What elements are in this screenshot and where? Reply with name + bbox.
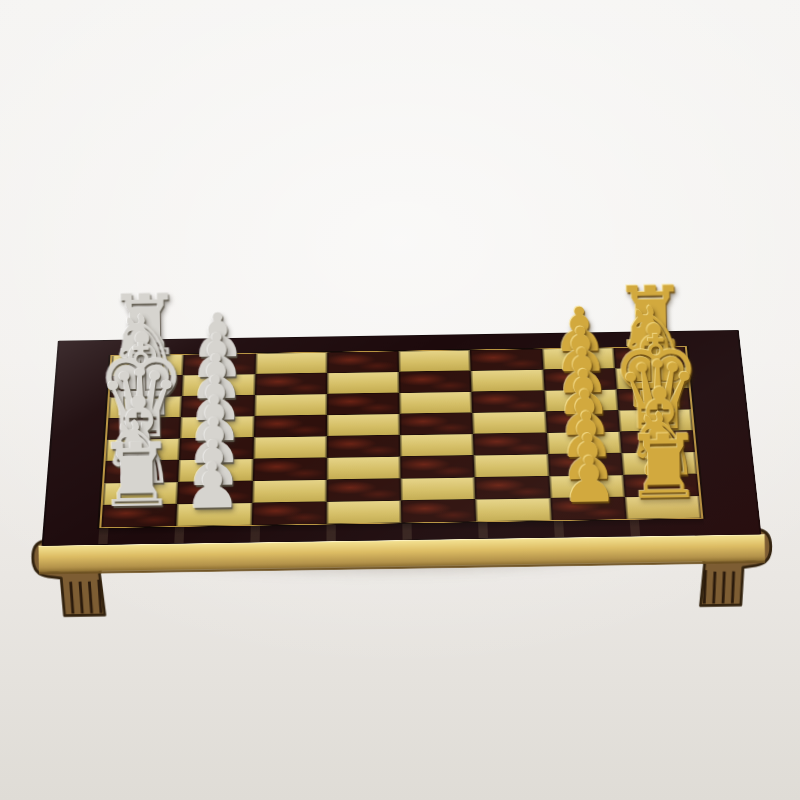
square-h6[interactable] (470, 349, 543, 371)
square-g4[interactable] (327, 372, 399, 394)
rook-glyph: ♜ (97, 430, 177, 519)
square-g5[interactable] (399, 371, 472, 393)
square-e3[interactable] (253, 415, 326, 437)
piece-black-pawn-a7[interactable]: ♟ (550, 376, 627, 512)
square-h3[interactable] (255, 352, 327, 374)
piece-white-rook-a1[interactable]: ♜ (98, 383, 175, 519)
board-scene: ♜♞♝♛♚♝♞♜♟♟♟♟♟♟♟♟♟♟♟♟♟♟♟♟♜♞♝♛♚♝♞♜ (44, 80, 755, 791)
piece-white-pawn-a2[interactable]: ♟ (173, 382, 250, 518)
square-f6[interactable] (472, 390, 546, 412)
square-h4[interactable] (327, 351, 399, 373)
square-f3[interactable] (254, 394, 327, 416)
square-f5[interactable] (399, 392, 472, 414)
piece-black-rook-a8[interactable]: ♜ (625, 375, 702, 511)
photo-composition: ♜♞♝♛♚♝♞♜♟♟♟♟♟♟♟♟♟♟♟♟♟♟♟♟♜♞♝♛♚♝♞♜ (0, 0, 800, 800)
square-e5[interactable] (400, 413, 474, 435)
square-f4[interactable] (327, 393, 400, 415)
square-e4[interactable] (327, 414, 400, 436)
square-g6[interactable] (471, 370, 544, 392)
rook-glyph: ♜ (624, 422, 704, 511)
square-e6[interactable] (472, 411, 546, 433)
pawn-glyph: ♟ (560, 448, 618, 512)
square-g3[interactable] (254, 373, 326, 395)
chess-board-3d: ♜♞♝♛♚♝♞♜♟♟♟♟♟♟♟♟♟♟♟♟♟♟♟♟♜♞♝♛♚♝♞♜ (42, 330, 762, 546)
square-h5[interactable] (399, 350, 471, 372)
pawn-glyph: ♟ (183, 453, 241, 517)
